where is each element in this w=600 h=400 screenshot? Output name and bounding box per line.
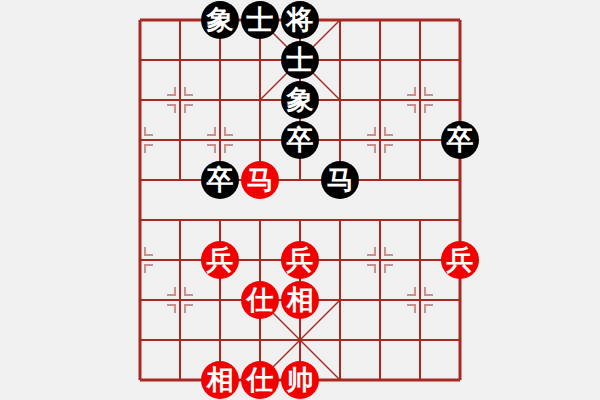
black-advisor[interactable]: 士 [281,41,319,79]
red-advisor[interactable]: 仕 [241,361,279,399]
xiangqi-board[interactable]: 象士将士象卒卒卒马马兵兵兵仕相相仕帅 [0,0,600,400]
black-pawn[interactable]: 卒 [441,121,479,159]
black-advisor[interactable]: 士 [241,1,279,39]
black-elephant[interactable]: 象 [281,81,319,119]
red-pawn[interactable]: 兵 [281,241,319,279]
xiangqi-app: 象士将士象卒卒卒马马兵兵兵仕相相仕帅 [0,0,600,400]
red-advisor[interactable]: 仕 [241,281,279,319]
red-pawn[interactable]: 兵 [201,241,239,279]
red-elephant[interactable]: 相 [281,281,319,319]
black-horse[interactable]: 马 [321,161,359,199]
black-pawn[interactable]: 卒 [281,121,319,159]
black-pawn[interactable]: 卒 [201,161,239,199]
red-pawn[interactable]: 兵 [441,241,479,279]
red-general[interactable]: 帅 [281,361,319,399]
red-horse[interactable]: 马 [241,161,279,199]
red-elephant[interactable]: 相 [201,361,239,399]
black-elephant[interactable]: 象 [201,1,239,39]
black-general[interactable]: 将 [281,1,319,39]
